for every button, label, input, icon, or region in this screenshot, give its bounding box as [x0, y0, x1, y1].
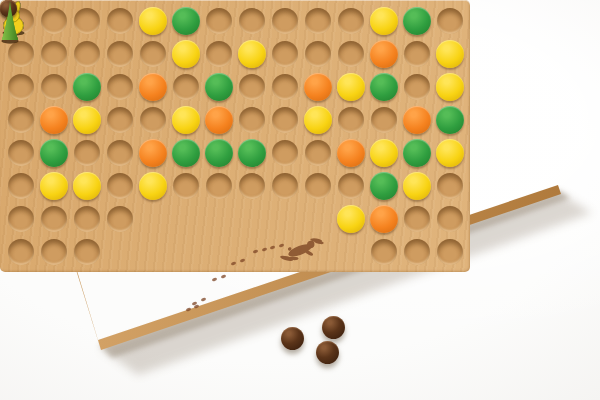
dropping-ball-off-board[interactable] [316, 341, 339, 364]
tree-cone[interactable] [0, 0, 20, 48]
photo-backdrop [0, 0, 600, 400]
dropping-ball-off-board[interactable] [281, 327, 304, 350]
piece-layer [0, 0, 600, 400]
dropping-ball-off-board[interactable] [322, 316, 345, 339]
